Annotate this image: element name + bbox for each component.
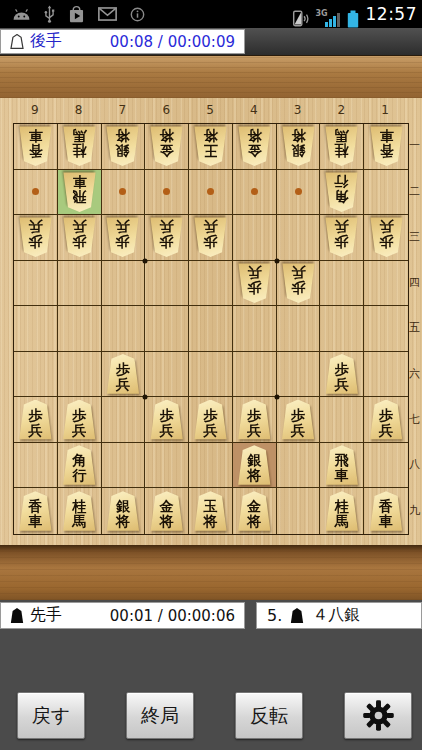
square-7六[interactable]: 歩兵: [102, 352, 146, 398]
piece-sente[interactable]: 金将: [149, 491, 184, 531]
square-3六[interactable]: [277, 352, 321, 398]
rank-label: 九: [407, 487, 422, 533]
square-6九[interactable]: 金将: [145, 488, 189, 534]
gote-time: 00:08 / 00:00:09: [110, 33, 235, 51]
white-shogi-piece-icon: [10, 34, 24, 49]
square-1二[interactable]: [364, 170, 408, 216]
piece-gote[interactable]: 歩兵: [193, 217, 228, 257]
black-shogi-piece-icon: [290, 608, 304, 623]
square-4七[interactable]: 歩兵: [233, 397, 277, 443]
piece-gote[interactable]: 桂馬: [324, 126, 359, 166]
square-5二[interactable]: [189, 170, 233, 216]
move-number: 5.: [267, 606, 282, 625]
square-6一[interactable]: 金将: [145, 124, 189, 170]
legal-move-dot[interactable]: [295, 188, 302, 195]
square-6四[interactable]: [145, 261, 189, 307]
square-6七[interactable]: 歩兵: [145, 397, 189, 443]
piece-sente[interactable]: 歩兵: [281, 400, 316, 440]
square-7七[interactable]: [102, 397, 146, 443]
square-8六[interactable]: [58, 352, 102, 398]
file-label: 5: [188, 101, 232, 119]
android-icon: [12, 8, 31, 21]
square-9四[interactable]: [14, 261, 58, 307]
square-7四[interactable]: [102, 261, 146, 307]
square-2二[interactable]: 角行: [320, 170, 364, 216]
piece-sente[interactable]: 桂馬: [62, 491, 97, 531]
piece-gote[interactable]: 銀将: [281, 126, 316, 166]
piece-gote[interactable]: 歩兵: [105, 217, 140, 257]
square-2一[interactable]: 桂馬: [320, 124, 364, 170]
piece-gote[interactable]: 歩兵: [237, 263, 272, 303]
square-1五[interactable]: [364, 306, 408, 352]
square-9八[interactable]: [14, 443, 58, 489]
star-point: [143, 258, 148, 263]
square-3二[interactable]: [277, 170, 321, 216]
status-clock: 12:57: [366, 0, 418, 28]
sente-time: 00:01 / 00:00:06: [110, 607, 235, 625]
battery-icon: [347, 10, 359, 28]
square-6二[interactable]: [145, 170, 189, 216]
flip-button[interactable]: 反転: [235, 692, 303, 739]
square-5五[interactable]: [189, 306, 233, 352]
square-6六[interactable]: [145, 352, 189, 398]
square-2七[interactable]: [320, 397, 364, 443]
status-right-icons: 3G 12:57: [291, 0, 422, 28]
square-4四[interactable]: 歩兵: [233, 261, 277, 307]
piece-sente[interactable]: 飛車: [324, 445, 359, 485]
legal-move-dot[interactable]: [32, 188, 39, 195]
legal-move-dot[interactable]: [119, 188, 126, 195]
rank-label: 六: [407, 351, 422, 397]
square-4六[interactable]: [233, 352, 277, 398]
piece-gote[interactable]: 桂馬: [62, 126, 97, 166]
sente-clock-box: 先手 00:01 / 00:00:06: [0, 602, 245, 629]
piece-sente[interactable]: 角行: [62, 445, 97, 485]
gote-clock-box: 後手 00:08 / 00:00:09: [0, 29, 245, 54]
square-4五[interactable]: [233, 306, 277, 352]
square-6三[interactable]: 歩兵: [145, 215, 189, 261]
square-7五[interactable]: [102, 306, 146, 352]
square-7三[interactable]: 歩兵: [102, 215, 146, 261]
rank-label: 四: [407, 260, 422, 306]
rank-label: 三: [407, 214, 422, 260]
square-1六[interactable]: [364, 352, 408, 398]
piece-gote[interactable]: 銀将: [105, 126, 140, 166]
rank-label: 一: [407, 123, 422, 169]
file-labels: 987654321: [13, 101, 407, 119]
play-store-icon: [68, 5, 85, 23]
shogi-board: 987654321 一二三四五六七八九 香車桂馬銀将金将王将金将銀将桂馬香車飛車…: [0, 55, 422, 600]
board-grid: 香車桂馬銀将金将王将金将銀将桂馬香車飛車角行歩兵歩兵歩兵歩兵歩兵歩兵歩兵歩兵歩兵…: [13, 123, 409, 535]
signal-bars: [325, 13, 340, 27]
piece-sente[interactable]: 歩兵: [237, 400, 272, 440]
square-5九[interactable]: 玉将: [189, 488, 233, 534]
status-bar: 3G 12:57: [0, 0, 422, 28]
file-label: 9: [13, 101, 57, 119]
square-9二[interactable]: [14, 170, 58, 216]
square-1九[interactable]: 香車: [364, 488, 408, 534]
square-8五[interactable]: [58, 306, 102, 352]
star-point: [274, 395, 279, 400]
piece-sente[interactable]: 銀将: [237, 445, 272, 485]
gote-label: 後手: [30, 31, 62, 52]
gote-clock-bar: 後手 00:08 / 00:00:09: [0, 28, 422, 55]
piece-sente[interactable]: 玉将: [193, 491, 228, 531]
square-2九[interactable]: 桂馬: [320, 488, 364, 534]
usb-icon: [44, 5, 55, 23]
piece-sente[interactable]: 歩兵: [149, 400, 184, 440]
rank-label: 七: [407, 396, 422, 442]
square-7一[interactable]: 銀将: [102, 124, 146, 170]
square-3五[interactable]: [277, 306, 321, 352]
file-label: 6: [144, 101, 188, 119]
square-4九[interactable]: 金将: [233, 488, 277, 534]
rank-labels: 一二三四五六七八九: [407, 123, 422, 533]
rank-label: 八: [407, 442, 422, 488]
file-label: 2: [319, 101, 363, 119]
square-8二[interactable]: 飛車: [58, 170, 102, 216]
piece-gote[interactable]: 歩兵: [324, 217, 359, 257]
square-8一[interactable]: 桂馬: [58, 124, 102, 170]
legal-move-dot[interactable]: [251, 188, 258, 195]
end-game-button[interactable]: 終局: [126, 692, 194, 739]
signal-3g-icon: 3G: [316, 9, 340, 28]
square-6八[interactable]: [145, 443, 189, 489]
square-3三[interactable]: [277, 215, 321, 261]
piece-sente[interactable]: 桂馬: [324, 491, 359, 531]
piece-gote[interactable]: 王将: [193, 126, 228, 166]
square-3九[interactable]: [277, 488, 321, 534]
file-label: 1: [363, 101, 407, 119]
piece-gote[interactable]: 金将: [149, 126, 184, 166]
info-icon: [130, 7, 145, 22]
square-8七[interactable]: 歩兵: [58, 397, 102, 443]
piece-sente[interactable]: 歩兵: [369, 400, 404, 440]
square-2六[interactable]: 歩兵: [320, 352, 364, 398]
file-label: 3: [276, 101, 320, 119]
star-point: [143, 395, 148, 400]
square-3八[interactable]: [277, 443, 321, 489]
square-4八[interactable]: 銀将: [233, 443, 277, 489]
square-4二[interactable]: [233, 170, 277, 216]
piece-sente[interactable]: 銀将: [105, 491, 140, 531]
square-5一[interactable]: 王将: [189, 124, 233, 170]
file-label: 7: [101, 101, 145, 119]
square-2四[interactable]: [320, 261, 364, 307]
file-label: 4: [232, 101, 276, 119]
mail-icon: [98, 7, 117, 21]
legal-move-dot[interactable]: [207, 188, 214, 195]
square-5四[interactable]: [189, 261, 233, 307]
piece-gote[interactable]: 角行: [324, 172, 359, 212]
square-5七[interactable]: 歩兵: [189, 397, 233, 443]
square-9一[interactable]: 香車: [14, 124, 58, 170]
gear-icon: [362, 699, 395, 732]
square-5三[interactable]: 歩兵: [189, 215, 233, 261]
piece-sente[interactable]: 歩兵: [324, 354, 359, 394]
piece-sente[interactable]: 金将: [237, 491, 272, 531]
square-7九[interactable]: 銀将: [102, 488, 146, 534]
square-1七[interactable]: 歩兵: [364, 397, 408, 443]
square-3四[interactable]: 歩兵: [277, 261, 321, 307]
sente-label: 先手: [30, 605, 62, 626]
piece-sente[interactable]: 歩兵: [105, 354, 140, 394]
square-2五[interactable]: [320, 306, 364, 352]
last-move-display: 5. ４八銀: [256, 602, 422, 629]
piece-gote[interactable]: 歩兵: [62, 217, 97, 257]
square-9三[interactable]: 歩兵: [14, 215, 58, 261]
square-9九[interactable]: 香車: [14, 488, 58, 534]
settings-button[interactable]: [344, 692, 412, 739]
square-9六[interactable]: [14, 352, 58, 398]
square-3七[interactable]: 歩兵: [277, 397, 321, 443]
piece-sente[interactable]: 歩兵: [18, 400, 53, 440]
piece-sente[interactable]: 歩兵: [193, 400, 228, 440]
undo-button[interactable]: 戻す: [17, 692, 85, 739]
board-bottom-edge: [0, 545, 422, 600]
piece-gote[interactable]: 歩兵: [18, 217, 53, 257]
piece-sente[interactable]: 香車: [369, 491, 404, 531]
piece-gote[interactable]: 歩兵: [149, 217, 184, 257]
square-4三[interactable]: [233, 215, 277, 261]
square-7八[interactable]: [102, 443, 146, 489]
status-left-icons: [0, 5, 145, 23]
piece-sente[interactable]: 歩兵: [62, 400, 97, 440]
square-4一[interactable]: 金将: [233, 124, 277, 170]
square-8八[interactable]: 角行: [58, 443, 102, 489]
file-label: 8: [57, 101, 101, 119]
legal-move-dot[interactable]: [163, 188, 170, 195]
square-9五[interactable]: [14, 306, 58, 352]
square-1四[interactable]: [364, 261, 408, 307]
vibrate-icon: [291, 9, 309, 28]
square-6五[interactable]: [145, 306, 189, 352]
square-1八[interactable]: [364, 443, 408, 489]
piece-gote[interactable]: 香車: [369, 126, 404, 166]
square-8四[interactable]: [58, 261, 102, 307]
square-2三[interactable]: 歩兵: [320, 215, 364, 261]
board-top-edge: [0, 55, 422, 98]
square-3一[interactable]: 銀将: [277, 124, 321, 170]
square-9七[interactable]: 歩兵: [14, 397, 58, 443]
piece-gote[interactable]: 香車: [18, 126, 53, 166]
square-2八[interactable]: 飛車: [320, 443, 364, 489]
piece-gote[interactable]: 歩兵: [281, 263, 316, 303]
square-8九[interactable]: 桂馬: [58, 488, 102, 534]
rank-label: 二: [407, 169, 422, 215]
square-1三[interactable]: 歩兵: [364, 215, 408, 261]
piece-gote[interactable]: 歩兵: [369, 217, 404, 257]
rank-label: 五: [407, 305, 422, 351]
piece-gote[interactable]: 飛車: [62, 172, 97, 212]
square-5八[interactable]: [189, 443, 233, 489]
move-text: ４八銀: [312, 605, 360, 626]
square-1一[interactable]: 香車: [364, 124, 408, 170]
square-7二[interactable]: [102, 170, 146, 216]
piece-sente[interactable]: 香車: [18, 491, 53, 531]
star-point: [274, 258, 279, 263]
square-5六[interactable]: [189, 352, 233, 398]
black-shogi-piece-icon: [10, 608, 24, 623]
piece-gote[interactable]: 金将: [237, 126, 272, 166]
square-8三[interactable]: 歩兵: [58, 215, 102, 261]
